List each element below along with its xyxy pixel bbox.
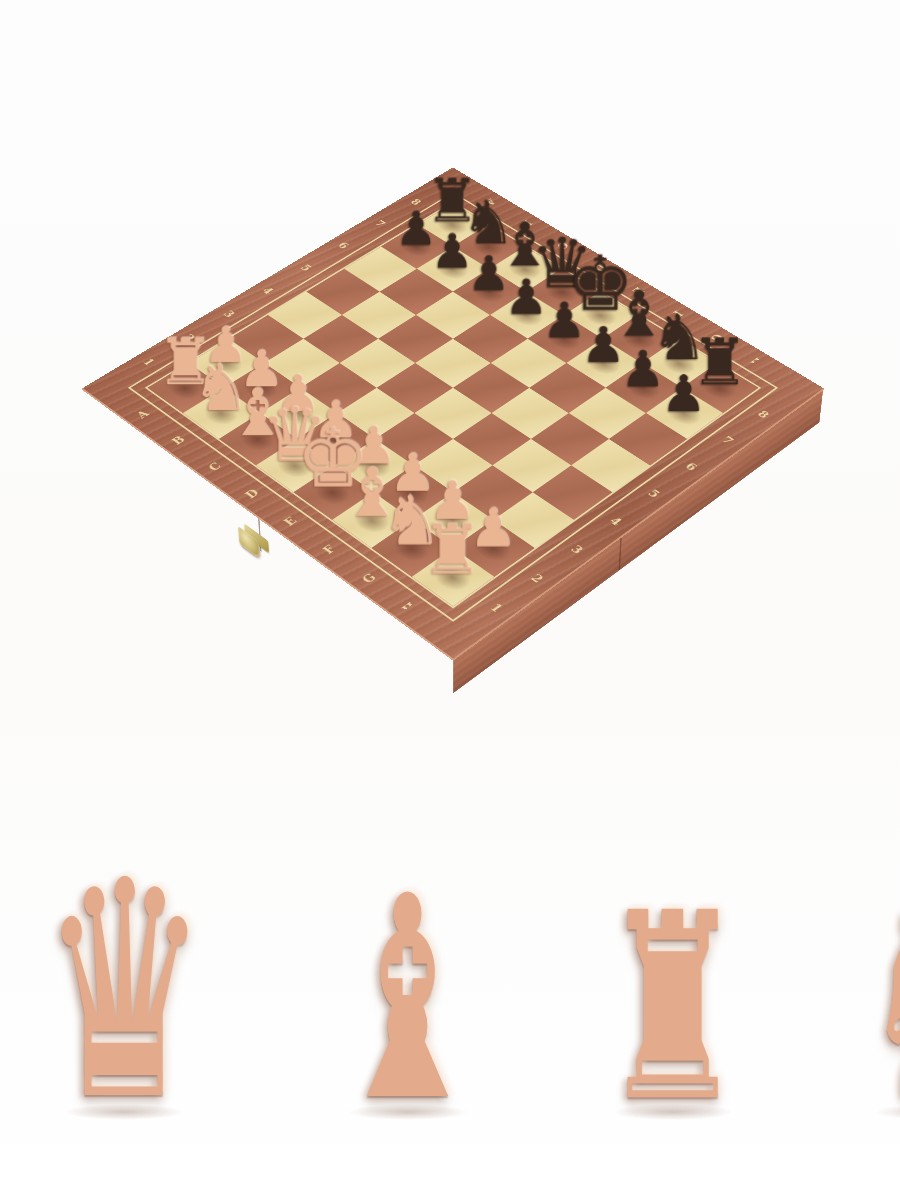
file-label-G: G: [338, 557, 399, 600]
black-pawn-f7: ♟: [581, 320, 625, 369]
black-pawn-h7: ♟: [661, 369, 706, 420]
showcase-bishop: ♝: [282, 885, 533, 1120]
showcase-rook: ♜: [557, 903, 788, 1120]
showcase-knight-glyph: ♞: [859, 892, 900, 1115]
piece-showcase-row: ♚♛♝♜♞♟: [0, 690, 900, 1120]
file-label-C: C: [185, 447, 244, 486]
black-pawn-g7: ♟: [621, 344, 666, 394]
file-label-F: F: [299, 529, 359, 571]
board-inlay-border: ♜♞♝♛♚♝♞♜♟♟♟♟♟♟♟♟♟♟♟♟♟♟♟♟♜♞♝♛♚♝♞♜: [128, 192, 778, 622]
showcase-rook-glyph: ♜: [601, 903, 744, 1115]
showcase-queen: ♛: [0, 869, 258, 1120]
showcase-knight: ♞: [813, 892, 900, 1120]
file-label-H: H: [379, 586, 440, 630]
board-grid: ♜♞♝♛♚♝♞♜♟♟♟♟♟♟♟♟♟♟♟♟♟♟♟♟♜♞♝♛♚♝♞♜: [145, 201, 761, 608]
file-label-D: D: [222, 474, 281, 514]
showcase-bishop-glyph: ♝: [330, 885, 486, 1115]
black-pawn-e7: ♟: [542, 296, 586, 345]
wood-joint-line: [619, 535, 622, 571]
file-label-E: E: [260, 501, 320, 542]
chess-board: ♜♞♝♛♚♝♞♜♟♟♟♟♟♟♟♟♟♟♟♟♟♟♟♟♜♞♝♛♚♝♞♜ ABCDEFG…: [81, 167, 825, 660]
showcase-queen-glyph: ♛: [41, 869, 208, 1115]
product-photo: ♜♞♝♛♚♝♞♜♟♟♟♟♟♟♟♟♟♟♟♟♟♟♟♟♜♞♝♛♚♝♞♜ ABCDEFG…: [0, 0, 900, 1200]
file-label-A: A: [113, 396, 171, 433]
white-rook-h1: ♜: [421, 515, 483, 584]
black-pawn-d7: ♟: [505, 273, 548, 321]
file-label-B: B: [149, 421, 208, 459]
